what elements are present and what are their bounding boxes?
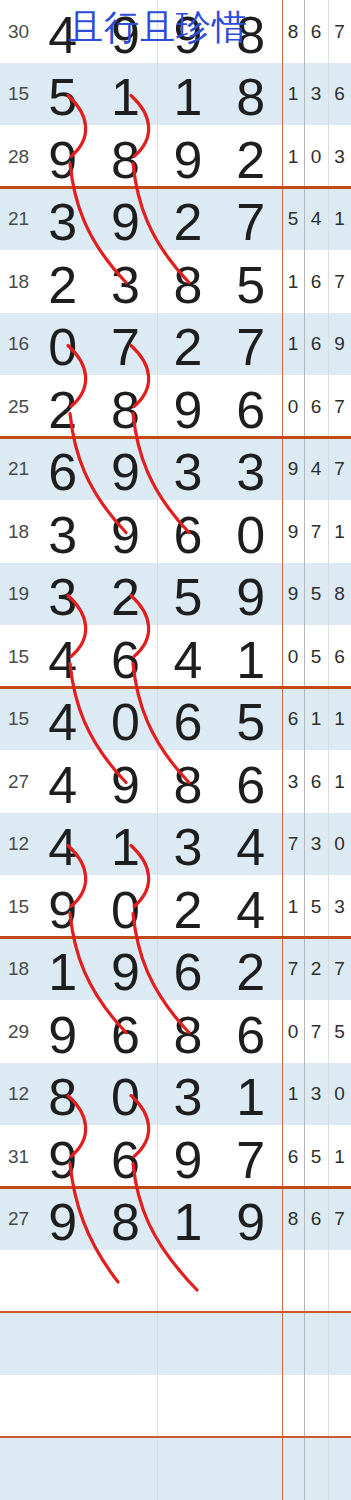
- tail-digit-cell: 5: [304, 897, 328, 916]
- section-line-5: [0, 1186, 351, 1190]
- tail-digit-cell: 7: [328, 22, 351, 41]
- sum-label: 12: [0, 834, 32, 853]
- big-digit-cell: 9: [32, 1127, 95, 1186]
- big-digit-cell: 7: [219, 314, 282, 373]
- big-digit-cell: 4: [219, 877, 282, 936]
- big-digit-cell: 2: [157, 877, 220, 936]
- tail-digit-cell: 1: [328, 522, 351, 541]
- tail-digit-cell: 1: [328, 709, 351, 728]
- tail-digit-cell: 5: [328, 1022, 351, 1041]
- row-6: 160727169: [0, 313, 351, 376]
- tail-digit-cell: 3: [282, 772, 304, 791]
- big-digit-cell: [94, 1340, 157, 1347]
- row-4: 213927541: [0, 188, 351, 251]
- tail-digit-cell: 9: [282, 459, 304, 478]
- sum-label: 21: [0, 209, 32, 228]
- big-digit-cell: 4: [32, 689, 95, 748]
- big-digit-cell: [94, 1278, 157, 1285]
- tail-digit-cell: 6: [304, 1209, 328, 1228]
- tail-digit-cell: 0: [328, 1084, 351, 1103]
- big-digit-cell: 2: [219, 127, 282, 186]
- big-digit-cell: 6: [94, 1002, 157, 1061]
- sum-label: 29: [0, 1022, 32, 1041]
- divider-gray: [304, 0, 305, 1500]
- section-line-thin-1: [0, 1311, 351, 1313]
- big-digit-cell: 1: [219, 627, 282, 686]
- big-digit-cell: 5: [157, 564, 220, 623]
- tail-digit-cell: 0: [304, 147, 328, 166]
- big-digit-cell: 9: [94, 439, 157, 498]
- big-digit-cell: [219, 1278, 282, 1285]
- big-digit-cell: [219, 1340, 282, 1347]
- big-digit-cell: [32, 1465, 95, 1472]
- divider-orange: [282, 0, 284, 1500]
- big-digit-cell: 2: [157, 189, 220, 248]
- tail-digit-cell: 5: [304, 584, 328, 603]
- big-digit-cell: 7: [94, 314, 157, 373]
- tail-digit-cell: 9: [282, 584, 304, 603]
- sum-label: 19: [0, 584, 32, 603]
- big-digit-cell: 9: [157, 1127, 220, 1186]
- tail-digit-cell: 0: [282, 647, 304, 666]
- big-digit-cell: 6: [94, 627, 157, 686]
- tail-digit-cell: 1: [282, 897, 304, 916]
- sum-label: 15: [0, 709, 32, 728]
- tail-digit-cell: 7: [304, 1022, 328, 1041]
- row-7: 252896067: [0, 375, 351, 438]
- row-5: 182385167: [0, 250, 351, 313]
- big-digit-cell: 6: [157, 689, 220, 748]
- tail-digit-cell: 7: [328, 272, 351, 291]
- big-digit-cell: 9: [219, 564, 282, 623]
- row-12: 154065611: [0, 688, 351, 751]
- tail-digit-cell: 6: [304, 22, 328, 41]
- divider-lightgray: [328, 0, 329, 1500]
- row-10: 193259958: [0, 563, 351, 626]
- sum-label: 12: [0, 1084, 32, 1103]
- sum-label: 18: [0, 272, 32, 291]
- big-digit-cell: [219, 1403, 282, 1410]
- big-digit-cell: 6: [219, 752, 282, 811]
- big-digit-cell: [219, 1465, 282, 1472]
- section-line-thin-2: [0, 1436, 351, 1438]
- big-digit-cell: 9: [94, 752, 157, 811]
- sum-label: 18: [0, 522, 32, 541]
- big-digit-cell: [157, 1278, 220, 1285]
- big-digit-cell: 3: [219, 439, 282, 498]
- big-digit-cell: 8: [157, 1002, 220, 1061]
- big-digit-cell: 1: [32, 939, 95, 998]
- tail-digit-cell: 7: [282, 834, 304, 853]
- lottery-trend-chart: 3049988671551181362898921032139275411823…: [0, 0, 351, 1500]
- big-digit-cell: 1: [219, 1064, 282, 1123]
- big-digit-cell: 9: [157, 127, 220, 186]
- big-digit-cell: 8: [94, 1189, 157, 1248]
- big-digit-cell: 4: [32, 627, 95, 686]
- big-digit-cell: 9: [32, 877, 95, 936]
- big-digit-cell: 8: [94, 377, 157, 436]
- big-digit-cell: 6: [219, 1002, 282, 1061]
- big-digit-cell: 3: [32, 502, 95, 561]
- sum-label: 15: [0, 897, 32, 916]
- watermark-text: 且行且珍惜: [68, 4, 248, 51]
- row-17: 299686075: [0, 1000, 351, 1063]
- row-9: 183960971: [0, 500, 351, 563]
- tail-digit-cell: 6: [328, 84, 351, 103]
- tail-digit-cell: 8: [328, 584, 351, 603]
- big-digit-cell: 9: [94, 189, 157, 248]
- big-digit-cell: 2: [94, 564, 157, 623]
- tail-digit-cell: 6: [282, 709, 304, 728]
- row-20: 279819867: [0, 1188, 351, 1251]
- big-digit-cell: 6: [219, 377, 282, 436]
- tail-digit-cell: 6: [304, 272, 328, 291]
- big-digit-cell: 6: [157, 939, 220, 998]
- big-digit-cell: 4: [32, 752, 95, 811]
- big-digit-cell: 4: [32, 814, 95, 873]
- row-24: [0, 1438, 351, 1500]
- row-23: [0, 1375, 351, 1438]
- big-digit-cell: [94, 1403, 157, 1410]
- big-digit-cell: 9: [32, 1189, 95, 1248]
- tail-digit-cell: 7: [328, 397, 351, 416]
- section-line-4: [0, 936, 351, 940]
- big-digit-cell: 1: [157, 1189, 220, 1248]
- tail-digit-cell: 1: [282, 272, 304, 291]
- tail-digit-cell: 7: [304, 522, 328, 541]
- big-digit-cell: 5: [32, 64, 95, 123]
- big-digit-cell: 5: [219, 689, 282, 748]
- row-14: 124134730: [0, 813, 351, 876]
- big-digit-cell: 6: [157, 502, 220, 561]
- tail-digit-cell: 7: [282, 959, 304, 978]
- tail-digit-cell: 5: [304, 647, 328, 666]
- big-digit-cell: [94, 1465, 157, 1472]
- tail-digit-cell: 0: [282, 397, 304, 416]
- big-digit-cell: 3: [32, 564, 95, 623]
- section-line-3: [0, 686, 351, 690]
- tail-digit-cell: 7: [328, 1209, 351, 1228]
- big-digit-cell: 8: [94, 127, 157, 186]
- big-digit-cell: [32, 1340, 95, 1347]
- big-digit-cell: 8: [157, 252, 220, 311]
- tail-digit-cell: 0: [282, 1022, 304, 1041]
- big-digit-cell: 4: [157, 627, 220, 686]
- section-line-2: [0, 436, 351, 440]
- row-16: 181962727: [0, 938, 351, 1001]
- big-digit-cell: 2: [219, 939, 282, 998]
- big-digit-cell: [157, 1340, 220, 1347]
- big-digit-cell: 9: [219, 1189, 282, 1248]
- tail-digit-cell: 9: [282, 522, 304, 541]
- section-line-1: [0, 186, 351, 190]
- tail-digit-cell: 2: [304, 959, 328, 978]
- row-3: 289892103: [0, 125, 351, 188]
- tail-digit-cell: 8: [282, 1209, 304, 1228]
- big-digit-cell: 9: [32, 1002, 95, 1061]
- big-digit-cell: 9: [32, 127, 95, 186]
- big-digit-cell: 1: [94, 64, 157, 123]
- tail-digit-cell: 6: [304, 397, 328, 416]
- big-digit-cell: 0: [219, 502, 282, 561]
- big-digit-cell: 1: [94, 814, 157, 873]
- big-digit-cell: [32, 1403, 95, 1410]
- sum-label: 31: [0, 1147, 32, 1166]
- tail-digit-cell: 1: [328, 1147, 351, 1166]
- tail-digit-cell: 8: [282, 22, 304, 41]
- tail-digit-cell: 3: [328, 897, 351, 916]
- tail-digit-cell: 1: [282, 147, 304, 166]
- big-digit-cell: 9: [157, 377, 220, 436]
- big-digit-cell: 3: [157, 814, 220, 873]
- sum-label: 30: [0, 22, 32, 41]
- tail-digit-cell: 1: [328, 772, 351, 791]
- tail-digit-cell: 7: [328, 959, 351, 978]
- row-18: 128031130: [0, 1063, 351, 1126]
- tail-digit-cell: 1: [282, 1084, 304, 1103]
- big-digit-cell: 9: [94, 939, 157, 998]
- sum-label: 16: [0, 334, 32, 353]
- sum-label: 27: [0, 1209, 32, 1228]
- big-digit-cell: 2: [32, 252, 95, 311]
- big-digit-cell: 0: [94, 1064, 157, 1123]
- big-digit-cell: 6: [32, 439, 95, 498]
- sum-label: 15: [0, 84, 32, 103]
- big-digit-cell: 0: [32, 314, 95, 373]
- big-digit-cell: [157, 1465, 220, 1472]
- row-2: 155118136: [0, 63, 351, 126]
- row-8: 216933947: [0, 438, 351, 501]
- tail-digit-cell: 1: [328, 209, 351, 228]
- row-15: 159024153: [0, 875, 351, 938]
- sum-label: 28: [0, 147, 32, 166]
- big-digit-cell: 0: [94, 689, 157, 748]
- sum-label: 27: [0, 772, 32, 791]
- big-digit-cell: 6: [94, 1127, 157, 1186]
- sum-label: 21: [0, 459, 32, 478]
- big-digit-cell: 7: [219, 1127, 282, 1186]
- tail-digit-cell: 1: [282, 334, 304, 353]
- tail-digit-cell: 5: [282, 209, 304, 228]
- big-digit-cell: 2: [32, 377, 95, 436]
- big-digit-cell: 1: [157, 64, 220, 123]
- trend-grid: 3049988671551181362898921032139275411823…: [0, 0, 351, 1500]
- big-digit-cell: 3: [157, 1064, 220, 1123]
- row-21: [0, 1250, 351, 1313]
- row-19: 319697651: [0, 1125, 351, 1188]
- big-digit-cell: 3: [94, 252, 157, 311]
- big-digit-cell: 4: [219, 814, 282, 873]
- row-22: [0, 1313, 351, 1376]
- tail-digit-cell: 7: [328, 459, 351, 478]
- big-digit-cell: 2: [157, 314, 220, 373]
- tail-digit-cell: 6: [304, 772, 328, 791]
- tail-digit-cell: 0: [328, 834, 351, 853]
- tail-digit-cell: 6: [282, 1147, 304, 1166]
- tail-digit-cell: 5: [304, 1147, 328, 1166]
- sum-label: 18: [0, 959, 32, 978]
- tail-digit-cell: 9: [328, 334, 351, 353]
- big-digit-cell: [32, 1278, 95, 1285]
- tail-digit-cell: 1: [304, 709, 328, 728]
- tail-digit-cell: 4: [304, 459, 328, 478]
- sum-label: 25: [0, 397, 32, 416]
- tail-digit-cell: 6: [304, 334, 328, 353]
- sum-label: 15: [0, 647, 32, 666]
- divider-mid-light: [157, 0, 158, 1500]
- row-11: 154641056: [0, 625, 351, 688]
- tail-digit-cell: 3: [304, 834, 328, 853]
- tail-digit-cell: 3: [304, 1084, 328, 1103]
- big-digit-cell: 8: [157, 752, 220, 811]
- big-digit-cell: [157, 1403, 220, 1410]
- big-digit-cell: 8: [32, 1064, 95, 1123]
- big-digit-cell: 3: [157, 439, 220, 498]
- big-digit-cell: 9: [94, 502, 157, 561]
- tail-digit-cell: 3: [304, 84, 328, 103]
- tail-digit-cell: 6: [328, 647, 351, 666]
- tail-digit-cell: 4: [304, 209, 328, 228]
- big-digit-cell: 5: [219, 252, 282, 311]
- big-digit-cell: 7: [219, 189, 282, 248]
- big-digit-cell: 0: [94, 877, 157, 936]
- tail-digit-cell: 3: [328, 147, 351, 166]
- row-13: 274986361: [0, 750, 351, 813]
- big-digit-cell: 8: [219, 64, 282, 123]
- big-digit-cell: 3: [32, 189, 95, 248]
- tail-digit-cell: 1: [282, 84, 304, 103]
